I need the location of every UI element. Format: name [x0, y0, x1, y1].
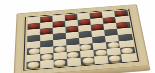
checkerboard-grid [26, 10, 136, 69]
dark-square-r8c7 [108, 55, 123, 63]
checkers-board [14, 4, 150, 73]
wood-checker [109, 55, 121, 62]
board-pinstripe-frame [23, 9, 139, 71]
wood-checker [27, 61, 39, 68]
dark-square-r8c3 [53, 59, 67, 67]
wood-checker [67, 51, 79, 58]
wood-checker [54, 59, 66, 66]
wood-checker [41, 53, 52, 60]
dark-square-r8c1 [26, 61, 40, 69]
dark-square-r8c5 [81, 57, 95, 65]
light-square-r8c8 [121, 54, 136, 62]
wood-checker [95, 49, 107, 56]
wood-checker [83, 57, 95, 64]
wood-checker [121, 47, 133, 54]
light-square-r8c4 [67, 58, 81, 66]
light-square-r8c2 [40, 60, 54, 68]
product-photo-scene [0, 0, 155, 73]
light-square-r8c6 [94, 56, 109, 64]
